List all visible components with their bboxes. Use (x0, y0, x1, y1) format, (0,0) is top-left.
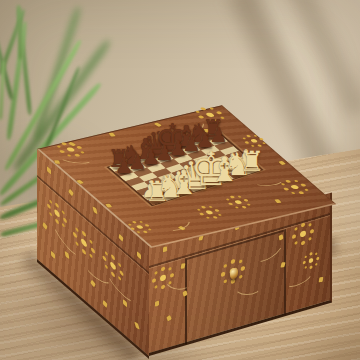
brass-petal-icon (54, 160, 60, 164)
brass-petal-icon (123, 299, 127, 307)
brass-vine-icon (56, 150, 94, 165)
brass-vine-icon (158, 213, 195, 233)
brass-petal-icon (68, 189, 73, 197)
brass-flower-icon (136, 225, 144, 229)
brass-petal-icon (137, 251, 141, 259)
brass-petal-icon (68, 142, 76, 147)
brass-petal-icon (92, 206, 97, 214)
brass-petal-icon (65, 251, 70, 259)
brass-petal-icon (76, 180, 84, 184)
brass-petal-icon (155, 301, 159, 307)
brass-flower-icon (290, 184, 300, 189)
brass-vine-icon (284, 263, 314, 291)
brass-flower-icon (81, 237, 87, 248)
brass-flower-icon (309, 258, 314, 264)
brass-petal-icon (105, 204, 112, 208)
brass-petal-icon (278, 161, 286, 165)
brass-flower-icon (205, 210, 214, 215)
brass-petal-icon (274, 199, 281, 203)
brass-petal-icon (90, 280, 95, 288)
brass-petal-icon (163, 246, 167, 252)
brass-petal-icon (119, 234, 124, 242)
brass-petal-icon (319, 277, 324, 283)
brass-petal-icon (108, 133, 115, 137)
table-shadow (280, 320, 360, 360)
brass-petal-icon (134, 322, 139, 330)
brass-flower-icon (234, 200, 243, 205)
brass-petal-icon (42, 222, 47, 230)
brass-petal-icon (51, 251, 55, 259)
brass-petal-icon (47, 166, 51, 174)
brass-petal-icon (103, 300, 108, 308)
brass-flower-icon (54, 208, 59, 218)
brass-petal-icon (166, 315, 171, 322)
brass-vine-icon (106, 265, 136, 307)
brass-flower-icon (250, 139, 258, 143)
chess-piece-white-rook[interactable]: ♜ (239, 149, 264, 174)
brass-flower-icon (300, 230, 306, 238)
photo-scene: ♜♞♝♛♚♝♞♜♟♟♟♟♟♟♟♟♟♟♟♟♟♟♟♟♜♞♝♛♚♝♞♜ (0, 0, 360, 360)
